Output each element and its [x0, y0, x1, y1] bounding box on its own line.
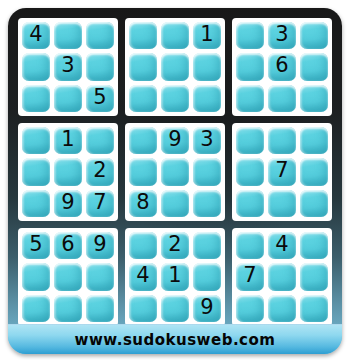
cell-r3c8[interactable]	[268, 85, 296, 112]
given-digit: 9	[93, 234, 106, 255]
sudoku-board: 43513612979387569241947	[18, 18, 332, 326]
cell-r5c5[interactable]	[161, 158, 189, 185]
cell-r6c8[interactable]	[268, 190, 296, 217]
cell-r1c9[interactable]	[300, 22, 328, 49]
cell-r6c9[interactable]	[300, 190, 328, 217]
given-digit: 7	[93, 192, 106, 213]
given-digit: 9	[200, 297, 213, 318]
cell-r5c3[interactable]: 2	[86, 158, 114, 185]
box-2: 1	[125, 18, 225, 116]
cell-r4c2[interactable]: 1	[54, 127, 82, 154]
given-digit: 2	[93, 160, 106, 181]
given-digit: 8	[136, 192, 149, 213]
cell-r7c6[interactable]	[193, 232, 221, 259]
cell-r3c9[interactable]	[300, 85, 328, 112]
cell-r4c6[interactable]: 3	[193, 127, 221, 154]
cell-r6c5[interactable]	[161, 190, 189, 217]
given-digit: 3	[200, 129, 213, 150]
cell-r6c6[interactable]	[193, 190, 221, 217]
given-digit: 4	[136, 265, 149, 286]
cell-r8c8[interactable]	[268, 263, 296, 290]
cell-r5c9[interactable]	[300, 158, 328, 185]
given-digit: 4	[275, 234, 288, 255]
cell-r2c9[interactable]	[300, 53, 328, 80]
cell-r5c1[interactable]	[22, 158, 50, 185]
cell-r5c6[interactable]	[193, 158, 221, 185]
cell-r8c6[interactable]	[193, 263, 221, 290]
cell-r9c6[interactable]: 9	[193, 295, 221, 322]
cell-r4c8[interactable]	[268, 127, 296, 154]
cell-r5c4[interactable]	[129, 158, 157, 185]
given-digit: 9	[61, 192, 74, 213]
given-digit: 4	[29, 24, 42, 45]
cell-r1c4[interactable]	[129, 22, 157, 49]
cell-r9c5[interactable]	[161, 295, 189, 322]
given-digit: 7	[275, 160, 288, 181]
given-digit: 2	[168, 234, 181, 255]
cell-r9c7[interactable]	[236, 295, 264, 322]
cell-r8c7[interactable]: 7	[236, 263, 264, 290]
box-3: 36	[232, 18, 332, 116]
box-5: 938	[125, 123, 225, 221]
cell-r8c9[interactable]	[300, 263, 328, 290]
cell-r4c4[interactable]	[129, 127, 157, 154]
cell-r8c4[interactable]: 4	[129, 263, 157, 290]
cell-r7c8[interactable]: 4	[268, 232, 296, 259]
given-digit: 9	[168, 129, 181, 150]
sudokusweb-link[interactable]: www.sudokusweb.com	[75, 331, 276, 349]
box-8: 2419	[125, 228, 225, 326]
cell-r3c3[interactable]: 5	[86, 85, 114, 112]
cell-r3c1[interactable]	[22, 85, 50, 112]
cell-r9c2[interactable]	[54, 295, 82, 322]
cell-r7c1[interactable]: 5	[22, 232, 50, 259]
cell-r1c6[interactable]: 1	[193, 22, 221, 49]
cell-r5c2[interactable]	[54, 158, 82, 185]
cell-r7c7[interactable]	[236, 232, 264, 259]
given-digit: 5	[29, 234, 42, 255]
footer-band: www.sudokusweb.com	[8, 324, 342, 354]
sudoku-page: 43513612979387569241947 www.sudokusweb.c…	[0, 0, 350, 360]
cell-r8c5[interactable]: 1	[161, 263, 189, 290]
cell-r3c7[interactable]	[236, 85, 264, 112]
given-digit: 7	[243, 265, 256, 286]
cell-r9c3[interactable]	[86, 295, 114, 322]
cell-r8c3[interactable]	[86, 263, 114, 290]
cell-r3c5[interactable]	[161, 85, 189, 112]
cell-r7c3[interactable]: 9	[86, 232, 114, 259]
cell-r7c9[interactable]	[300, 232, 328, 259]
cell-r3c2[interactable]	[54, 85, 82, 112]
cell-r3c6[interactable]	[193, 85, 221, 112]
cell-r6c1[interactable]	[22, 190, 50, 217]
cell-r1c5[interactable]	[161, 22, 189, 49]
cell-r2c8[interactable]: 6	[268, 53, 296, 80]
cell-r7c2[interactable]: 6	[54, 232, 82, 259]
cell-r1c2[interactable]	[54, 22, 82, 49]
cell-r5c7[interactable]	[236, 158, 264, 185]
given-digit: 6	[275, 55, 288, 76]
box-6: 7	[232, 123, 332, 221]
box-7: 569	[18, 228, 118, 326]
box-4: 1297	[18, 123, 118, 221]
cell-r2c5[interactable]	[161, 53, 189, 80]
cell-r4c9[interactable]	[300, 127, 328, 154]
cell-r2c1[interactable]	[22, 53, 50, 80]
cell-r4c3[interactable]	[86, 127, 114, 154]
given-digit: 6	[61, 234, 74, 255]
cell-r1c3[interactable]	[86, 22, 114, 49]
box-1: 435	[18, 18, 118, 116]
cell-r2c7[interactable]	[236, 53, 264, 80]
cell-r2c2[interactable]: 3	[54, 53, 82, 80]
cell-r9c9[interactable]	[300, 295, 328, 322]
cell-r1c1[interactable]: 4	[22, 22, 50, 49]
given-digit: 1	[200, 24, 213, 45]
box-9: 47	[232, 228, 332, 326]
cell-r9c1[interactable]	[22, 295, 50, 322]
cell-r8c2[interactable]	[54, 263, 82, 290]
cell-r7c4[interactable]	[129, 232, 157, 259]
cell-r4c1[interactable]	[22, 127, 50, 154]
cell-r9c4[interactable]	[129, 295, 157, 322]
cell-r6c3[interactable]: 7	[86, 190, 114, 217]
cell-r5c8[interactable]: 7	[268, 158, 296, 185]
cell-r6c7[interactable]	[236, 190, 264, 217]
cell-r2c4[interactable]	[129, 53, 157, 80]
given-digit: 5	[93, 87, 106, 108]
cell-r2c3[interactable]	[86, 53, 114, 80]
given-digit: 1	[168, 265, 181, 286]
board-frame: 43513612979387569241947 www.sudokusweb.c…	[8, 8, 342, 354]
cell-r2c6[interactable]	[193, 53, 221, 80]
cell-r1c7[interactable]	[236, 22, 264, 49]
given-digit: 1	[61, 129, 74, 150]
cell-r1c8[interactable]: 3	[268, 22, 296, 49]
cell-r4c7[interactable]	[236, 127, 264, 154]
cell-r4c5[interactable]: 9	[161, 127, 189, 154]
cell-r8c1[interactable]	[22, 263, 50, 290]
cell-r9c8[interactable]	[268, 295, 296, 322]
cell-r7c5[interactable]: 2	[161, 232, 189, 259]
cell-r6c2[interactable]: 9	[54, 190, 82, 217]
cell-r3c4[interactable]	[129, 85, 157, 112]
given-digit: 3	[61, 55, 74, 76]
given-digit: 3	[275, 24, 288, 45]
cell-r6c4[interactable]: 8	[129, 190, 157, 217]
